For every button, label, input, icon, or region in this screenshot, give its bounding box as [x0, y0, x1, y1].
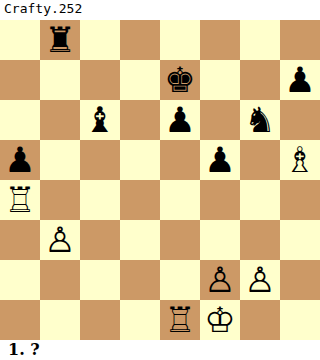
square-g1[interactable]: [240, 300, 280, 340]
square-h5[interactable]: ♗: [280, 140, 320, 180]
square-h6[interactable]: [280, 100, 320, 140]
black-rook: ♜: [44, 20, 75, 60]
crafty-chess-screen: Crafty.252 ♜♚♟♝♟♞♟♟♗♖♙♙♙♖♔ 1. ?: [0, 0, 320, 360]
square-g3[interactable]: [240, 220, 280, 260]
square-b5[interactable]: [40, 140, 80, 180]
square-c1[interactable]: [80, 300, 120, 340]
square-b1[interactable]: [40, 300, 80, 340]
black-pawn: ♟: [164, 100, 195, 140]
square-b4[interactable]: [40, 180, 80, 220]
square-c6[interactable]: ♝: [80, 100, 120, 140]
square-d4[interactable]: [120, 180, 160, 220]
black-king: ♚: [164, 60, 195, 100]
square-d2[interactable]: [120, 260, 160, 300]
square-h2[interactable]: [280, 260, 320, 300]
square-g8[interactable]: [240, 20, 280, 60]
square-e6[interactable]: ♟: [160, 100, 200, 140]
square-c4[interactable]: [80, 180, 120, 220]
square-b6[interactable]: [40, 100, 80, 140]
white-rook: ♖: [4, 180, 35, 220]
square-a8[interactable]: [0, 20, 40, 60]
square-f8[interactable]: [200, 20, 240, 60]
square-c3[interactable]: [80, 220, 120, 260]
square-h4[interactable]: [280, 180, 320, 220]
square-e4[interactable]: [160, 180, 200, 220]
square-e3[interactable]: [160, 220, 200, 260]
square-b7[interactable]: [40, 60, 80, 100]
square-g4[interactable]: [240, 180, 280, 220]
square-f3[interactable]: [200, 220, 240, 260]
square-c2[interactable]: [80, 260, 120, 300]
square-e2[interactable]: [160, 260, 200, 300]
square-a1[interactable]: [0, 300, 40, 340]
square-c5[interactable]: [80, 140, 120, 180]
square-f4[interactable]: [200, 180, 240, 220]
square-d7[interactable]: [120, 60, 160, 100]
square-d6[interactable]: [120, 100, 160, 140]
black-bishop: ♝: [84, 100, 115, 140]
square-e7[interactable]: ♚: [160, 60, 200, 100]
square-c7[interactable]: [80, 60, 120, 100]
square-g7[interactable]: [240, 60, 280, 100]
square-f2[interactable]: ♙: [200, 260, 240, 300]
square-f7[interactable]: [200, 60, 240, 100]
white-rook: ♖: [164, 300, 195, 340]
white-pawn: ♙: [244, 260, 275, 300]
square-b2[interactable]: [40, 260, 80, 300]
square-h7[interactable]: ♟: [280, 60, 320, 100]
square-d1[interactable]: [120, 300, 160, 340]
square-e1[interactable]: ♖: [160, 300, 200, 340]
square-d3[interactable]: [120, 220, 160, 260]
black-knight: ♞: [244, 100, 275, 140]
white-pawn: ♙: [204, 260, 235, 300]
square-g2[interactable]: ♙: [240, 260, 280, 300]
square-d5[interactable]: [120, 140, 160, 180]
black-pawn: ♟: [204, 140, 235, 180]
chess-board: ♜♚♟♝♟♞♟♟♗♖♙♙♙♖♔: [0, 20, 320, 340]
square-h3[interactable]: [280, 220, 320, 260]
square-f6[interactable]: [200, 100, 240, 140]
white-king: ♔: [204, 300, 235, 340]
square-a5[interactable]: ♟: [0, 140, 40, 180]
square-e5[interactable]: [160, 140, 200, 180]
square-b3[interactable]: ♙: [40, 220, 80, 260]
square-f1[interactable]: ♔: [200, 300, 240, 340]
square-b8[interactable]: ♜: [40, 20, 80, 60]
square-g6[interactable]: ♞: [240, 100, 280, 140]
square-f5[interactable]: ♟: [200, 140, 240, 180]
square-g5[interactable]: [240, 140, 280, 180]
square-h1[interactable]: [280, 300, 320, 340]
black-pawn: ♟: [284, 60, 315, 100]
square-e8[interactable]: [160, 20, 200, 60]
square-a2[interactable]: [0, 260, 40, 300]
engine-title: Crafty.252: [0, 0, 320, 20]
square-d8[interactable]: [120, 20, 160, 60]
white-pawn: ♙: [44, 220, 75, 260]
square-c8[interactable]: [80, 20, 120, 60]
square-a4[interactable]: ♖: [0, 180, 40, 220]
square-a3[interactable]: [0, 220, 40, 260]
move-prompt: 1. ?: [0, 340, 320, 360]
square-a6[interactable]: [0, 100, 40, 140]
square-a7[interactable]: [0, 60, 40, 100]
white-bishop: ♗: [284, 140, 315, 180]
black-pawn: ♟: [4, 140, 35, 180]
square-h8[interactable]: [280, 20, 320, 60]
